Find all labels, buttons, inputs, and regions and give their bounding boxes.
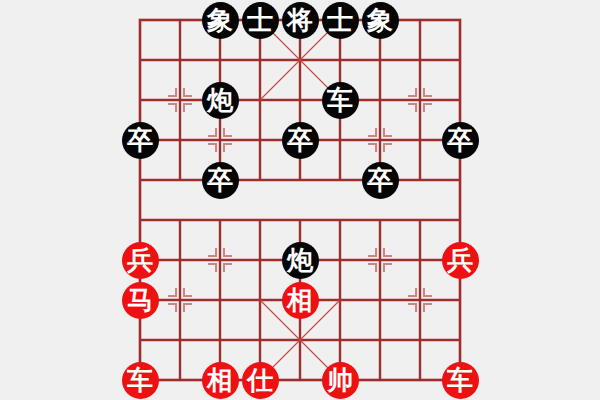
black-pawn[interactable]: 卒 [362, 162, 399, 199]
black-pawn[interactable]: 卒 [282, 122, 319, 159]
xiangqi-board[interactable]: 象士将士象炮车卒卒卒卒卒炮兵兵马相车相仕帅车 [0, 0, 600, 400]
black-cannon[interactable]: 炮 [202, 82, 239, 119]
black-elephant[interactable]: 象 [202, 2, 239, 39]
red-pawn[interactable]: 兵 [122, 242, 159, 279]
black-chariot[interactable]: 车 [322, 82, 359, 119]
red-elephant[interactable]: 相 [202, 362, 239, 399]
red-general[interactable]: 帅 [322, 362, 359, 399]
black-cannon[interactable]: 炮 [282, 242, 319, 279]
black-pawn[interactable]: 卒 [202, 162, 239, 199]
black-general[interactable]: 将 [282, 2, 319, 39]
black-advisor[interactable]: 士 [242, 2, 279, 39]
red-horse[interactable]: 马 [122, 282, 159, 319]
piece-layer: 象士将士象炮车卒卒卒卒卒炮兵兵马相车相仕帅车 [120, 0, 480, 400]
red-advisor[interactable]: 仕 [242, 362, 279, 399]
black-advisor[interactable]: 士 [322, 2, 359, 39]
red-pawn[interactable]: 兵 [442, 242, 479, 279]
black-elephant[interactable]: 象 [362, 2, 399, 39]
red-elephant[interactable]: 相 [282, 282, 319, 319]
red-chariot[interactable]: 车 [122, 362, 159, 399]
black-pawn[interactable]: 卒 [442, 122, 479, 159]
red-chariot[interactable]: 车 [442, 362, 479, 399]
black-pawn[interactable]: 卒 [122, 122, 159, 159]
